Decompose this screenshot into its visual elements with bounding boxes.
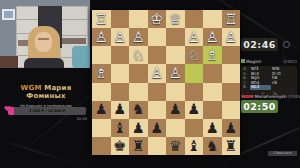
black-pawn[interactable]: ♟ [187,102,200,117]
square-c3[interactable]: ♘ [185,46,204,64]
square-b5[interactable] [203,83,222,101]
square-e5[interactable] [148,83,167,101]
square-h1[interactable]: ♖ [92,10,111,28]
white-rook[interactable]: ♖ [224,12,237,27]
opponent-player-row[interactable]: Magistr (2301) [241,58,297,64]
webcam-books [62,38,86,44]
square-d1[interactable]: ♕ [166,10,185,28]
white-king[interactable]: ♔ [150,12,163,27]
square-g4[interactable] [111,64,130,82]
stream-watermark: Chess.com [268,151,297,156]
square-f6[interactable]: ♞ [129,101,148,119]
opponent-name: Magistr [246,59,262,64]
black-pawn[interactable]: ♟ [206,121,219,136]
stream-screen: WGM Мария Фоминых Не блицуют в понедельн… [0,0,300,168]
black-pawn[interactable]: ♟ [150,121,163,136]
square-h4[interactable]: ♗ [92,64,111,82]
square-f2[interactable]: ♙ [129,28,148,46]
square-h5[interactable] [92,83,111,101]
white-pawn[interactable]: ♙ [150,66,163,81]
streamer-name-title: WGM Мария Фоминых [0,84,92,100]
square-f8[interactable]: ♜ [129,137,148,155]
opponent-rating: (2301) [283,59,297,64]
square-c2[interactable]: ♙ [185,28,204,46]
square-d5[interactable] [166,83,185,101]
square-g8[interactable]: ♚ [111,137,130,155]
square-e6[interactable] [148,101,167,119]
square-a4[interactable] [222,64,241,82]
square-b8[interactable]: ♞ [203,137,222,155]
black-knight[interactable]: ♞ [132,102,145,117]
square-d6[interactable]: ♟ [166,101,185,119]
square-d8[interactable]: ♛ [166,137,185,155]
streamer-face-detail [38,38,49,40]
online-indicator-icon [241,59,245,63]
black-bishop[interactable]: ♝ [113,121,126,136]
black-queen[interactable]: ♛ [169,139,182,154]
white-pawn[interactable]: ♙ [95,30,108,45]
white-pawn[interactable]: ♙ [132,30,145,45]
square-a1[interactable]: ♖ [222,10,241,28]
player-title-badge: WGM [241,94,253,99]
black-pawn[interactable]: ♟ [95,102,108,117]
square-f3[interactable]: ♘ [129,46,148,64]
chess-board[interactable]: ♖♔♕♖♙♙♙♙♙♙♘♘♗♗♙♙♟♟♞♟♟♝♟♟♟♟♚♜♛♝♞♜ [92,10,240,155]
square-b1[interactable] [203,10,222,28]
square-c4[interactable] [185,64,204,82]
streamer-body [24,58,64,68]
square-g3[interactable] [111,46,130,64]
white-pawn[interactable]: ♙ [206,30,219,45]
square-e3[interactable] [148,46,167,64]
webcam-floor [0,56,18,68]
square-a8[interactable]: ♜ [222,137,241,155]
square-h8[interactable] [92,137,111,155]
black-move[interactable] [271,85,292,90]
square-h2[interactable]: ♙ [92,28,111,46]
square-g5[interactable] [111,83,130,101]
white-bishop[interactable]: ♗ [206,48,219,63]
square-c8[interactable]: ♝ [185,137,204,155]
donation-progress-bar: 2 500 ₽ / 10 000 ₽ [8,107,86,115]
white-rook[interactable]: ♖ [95,12,108,27]
square-e1[interactable]: ♔ [148,10,167,28]
square-g7[interactable]: ♝ [111,119,130,137]
square-a6[interactable] [222,101,241,119]
square-b3[interactable]: ♗ [203,46,222,64]
player-name: MariaFominykh [255,94,287,99]
square-f7[interactable]: ♟ [129,119,148,137]
move-row: 8.Bb3 [243,85,295,90]
black-rook[interactable]: ♜ [224,139,237,154]
donation-progress-text: 2 500 ₽ / 10 000 ₽ [8,107,86,115]
marble-vein [0,136,78,165]
square-h6[interactable]: ♟ [92,101,111,119]
square-d3[interactable] [166,46,185,64]
square-c7[interactable] [185,119,204,137]
square-e8[interactable] [148,137,167,155]
black-pawn[interactable]: ♟ [113,102,126,117]
streamer-player-row[interactable]: WGM MariaFominykh (2345) [241,93,297,99]
white-pawn[interactable]: ♙ [187,30,200,45]
square-d2[interactable] [166,28,185,46]
square-c6[interactable]: ♟ [185,101,204,119]
square-a2[interactable]: ♙ [222,28,241,46]
square-h3[interactable] [92,46,111,64]
square-d7[interactable] [166,119,185,137]
white-move[interactable]: Bb3 [250,85,271,90]
square-g6[interactable]: ♟ [111,101,130,119]
donation-timer: 00:00 [77,117,87,121]
white-bishop[interactable]: ♗ [95,66,108,81]
square-e2[interactable] [148,28,167,46]
opponent-clock: 02:46 [241,38,278,51]
square-h7[interactable] [92,119,111,137]
square-b4[interactable] [203,64,222,82]
black-bishop[interactable]: ♝ [187,139,200,154]
wgm-title-badge: WGM [21,84,42,92]
square-e4[interactable]: ♙ [148,64,167,82]
black-knight[interactable]: ♞ [206,139,219,154]
player-rating: (2345) [288,94,300,99]
white-pawn[interactable]: ♙ [224,30,237,45]
square-a7[interactable]: ♟ [222,119,241,137]
settings-icon[interactable] [283,41,290,48]
webcam-chair [72,46,90,68]
white-knight[interactable]: ♘ [187,48,200,63]
square-a5[interactable] [222,83,241,101]
square-b2[interactable]: ♙ [203,28,222,46]
square-a3[interactable] [222,46,241,64]
square-b7[interactable]: ♟ [203,119,222,137]
black-rook[interactable]: ♜ [132,139,145,154]
stream-overlay: WGM Мария Фоминых Не блицуют в понедельн… [0,84,92,108]
white-queen[interactable]: ♕ [169,12,182,27]
streamer-webcam [0,0,90,68]
square-c1[interactable] [185,10,204,28]
black-pawn[interactable]: ♟ [224,121,237,136]
player-clock-active: 02:50 [241,100,278,113]
square-e7[interactable]: ♟ [148,119,167,137]
square-b6[interactable] [203,101,222,119]
square-d4[interactable]: ♙ [166,64,185,82]
square-f5[interactable] [129,83,148,101]
white-pawn[interactable]: ♙ [113,30,126,45]
square-c5[interactable] [185,83,204,101]
move-number: 8. [243,85,250,90]
heart-icon: ❤ [4,104,12,114]
square-g2[interactable]: ♙ [111,28,130,46]
black-pawn[interactable]: ♟ [169,102,182,117]
square-f4[interactable] [129,64,148,82]
square-f1[interactable] [129,10,148,28]
square-g1[interactable] [111,10,130,28]
streamer-face [35,32,52,52]
white-knight[interactable]: ♘ [132,48,145,63]
black-king[interactable]: ♚ [113,139,126,154]
white-pawn[interactable]: ♙ [169,66,182,81]
webcam-picture-frame [2,9,15,20]
black-pawn[interactable]: ♟ [132,121,145,136]
